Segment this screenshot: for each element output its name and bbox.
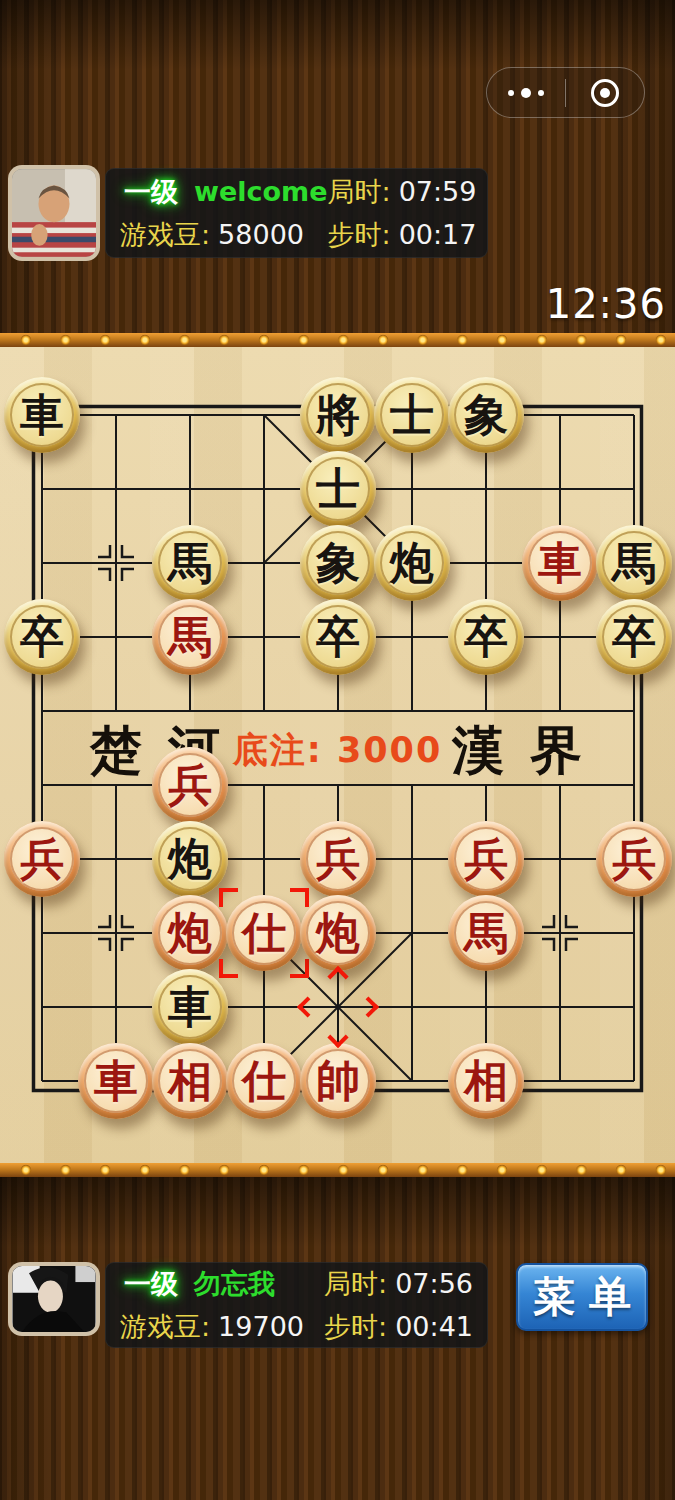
piece-red-general[interactable]: 帥 <box>300 1043 376 1119</box>
piece-character: 馬 <box>464 911 508 955</box>
piece-character: 兵 <box>464 837 508 881</box>
top-player-beans-line: 游戏豆: 58000 <box>120 217 328 253</box>
piece-character: 馬 <box>168 541 212 585</box>
beans-label: 游戏豆: <box>120 217 210 253</box>
piece-red-soldier[interactable]: 兵 <box>152 747 228 823</box>
piece-character: 將 <box>316 393 360 437</box>
top-player-round-time: 07:59 <box>399 176 477 207</box>
bottom-player-avatar[interactable] <box>8 1262 100 1336</box>
piece-black-elephant[interactable]: 象 <box>448 377 524 453</box>
bottom-player-step-time: 00:41 <box>395 1311 473 1342</box>
piece-character: 車 <box>20 393 64 437</box>
piece-red-chariot[interactable]: 車 <box>78 1043 154 1119</box>
piece-black-horse[interactable]: 馬 <box>596 525 672 601</box>
piece-character: 兵 <box>612 837 656 881</box>
piece-character: 仕 <box>242 1059 286 1103</box>
piece-black-horse[interactable]: 馬 <box>152 525 228 601</box>
piece-character: 馬 <box>612 541 656 585</box>
bottom-player-rank-badge: 一级 <box>120 1266 182 1302</box>
piece-character: 相 <box>168 1059 212 1103</box>
menu-button-label: 菜单 <box>533 1269 645 1325</box>
menu-button[interactable]: 菜单 <box>516 1263 648 1331</box>
piece-character: 卒 <box>612 615 656 659</box>
round-time-label: 局时: <box>328 174 391 210</box>
more-dot-icon <box>508 90 514 96</box>
more-dot-icon <box>521 88 531 98</box>
top-player-step-time: 00:17 <box>399 219 477 250</box>
top-player-panel: 一级 welcome 局时: 07:59 游戏豆: 58000 步时: 00:1… <box>105 168 488 258</box>
piece-character: 車 <box>168 985 212 1029</box>
top-player-step-time-line: 步时: 00:17 <box>328 217 477 253</box>
piece-character: 象 <box>316 541 360 585</box>
piece-red-cannon[interactable]: 炮 <box>300 895 376 971</box>
top-player-avatar[interactable] <box>8 165 100 261</box>
piece-black-soldier[interactable]: 卒 <box>596 599 672 675</box>
piece-red-elephant[interactable]: 相 <box>152 1043 228 1119</box>
piece-black-cannon[interactable]: 炮 <box>152 821 228 897</box>
piece-black-soldier[interactable]: 卒 <box>4 599 80 675</box>
bottom-player-name: 勿忘我 <box>194 1266 275 1302</box>
piece-black-soldier[interactable]: 卒 <box>448 599 524 675</box>
piece-character: 士 <box>316 467 360 511</box>
bottom-player-name-line: 一级 勿忘我 <box>120 1266 324 1302</box>
xiangqi-board: 楚河 漢界 底注: 3000 車將士象士馬象炮車馬卒馬卒卒卒兵兵炮兵兵兵炮仕炮馬… <box>0 347 675 1163</box>
top-avatar-image <box>12 169 96 257</box>
more-dot-icon <box>538 90 544 96</box>
piece-character: 炮 <box>390 541 434 585</box>
exit-button[interactable] <box>566 68 644 117</box>
bottom-player-round-time-line: 局时: 07:56 <box>324 1266 473 1302</box>
piece-black-soldier[interactable]: 卒 <box>300 599 376 675</box>
piece-character: 卒 <box>316 615 360 659</box>
piece-black-advisor[interactable]: 士 <box>374 377 450 453</box>
piece-character: 帥 <box>316 1059 360 1103</box>
top-player-name-line: 一级 welcome <box>120 174 328 210</box>
piece-black-cannon[interactable]: 炮 <box>374 525 450 601</box>
piece-character: 士 <box>390 393 434 437</box>
top-stud-band <box>0 333 675 347</box>
piece-red-chariot[interactable]: 車 <box>522 525 598 601</box>
step-time-label: 步时: <box>328 217 391 253</box>
top-player-name: welcome <box>194 176 328 207</box>
piece-black-chariot[interactable]: 車 <box>4 377 80 453</box>
bottom-player-step-time-line: 步时: 00:41 <box>324 1309 473 1345</box>
more-button[interactable] <box>487 68 565 117</box>
piece-red-horse[interactable]: 馬 <box>152 599 228 675</box>
round-time-label: 局时: <box>324 1266 387 1302</box>
bottom-player-round-time: 07:56 <box>395 1268 473 1299</box>
top-player-rank-badge: 一级 <box>120 174 182 210</box>
top-player-round-time-line: 局时: 07:59 <box>328 174 477 210</box>
piece-character: 卒 <box>20 615 64 659</box>
piece-character: 炮 <box>168 911 212 955</box>
piece-character: 馬 <box>168 615 212 659</box>
piece-black-advisor[interactable]: 士 <box>300 451 376 527</box>
piece-red-soldier[interactable]: 兵 <box>596 821 672 897</box>
bottom-player-beans-line: 游戏豆: 19700 <box>120 1309 324 1345</box>
beans-label: 游戏豆: <box>120 1309 210 1345</box>
piece-red-horse[interactable]: 馬 <box>448 895 524 971</box>
bottom-avatar-image <box>12 1266 96 1332</box>
match-clock: 12:36 <box>546 281 666 327</box>
piece-character: 兵 <box>20 837 64 881</box>
piece-character: 車 <box>538 541 582 585</box>
target-icon <box>591 79 619 107</box>
piece-red-soldier[interactable]: 兵 <box>448 821 524 897</box>
piece-black-general[interactable]: 將 <box>300 377 376 453</box>
piece-character: 兵 <box>316 837 360 881</box>
piece-red-advisor[interactable]: 仕 <box>226 895 302 971</box>
piece-red-advisor[interactable]: 仕 <box>226 1043 302 1119</box>
piece-black-chariot[interactable]: 車 <box>152 969 228 1045</box>
stake-label: 底注: 3000 <box>0 727 675 774</box>
bottom-player-panel: 一级 勿忘我 局时: 07:56 游戏豆: 19700 步时: 00:41 <box>105 1262 488 1348</box>
game-screen: 一级 welcome 局时: 07:59 游戏豆: 58000 步时: 00:1… <box>0 0 675 1500</box>
piece-character: 兵 <box>168 763 212 807</box>
piece-red-soldier[interactable]: 兵 <box>300 821 376 897</box>
step-time-label: 步时: <box>324 1309 387 1345</box>
selected-piece-brackets <box>219 888 309 978</box>
piece-character: 車 <box>94 1059 138 1103</box>
piece-character: 卒 <box>464 615 508 659</box>
piece-character: 相 <box>464 1059 508 1103</box>
piece-red-cannon[interactable]: 炮 <box>152 895 228 971</box>
piece-character: 炮 <box>168 837 212 881</box>
piece-character: 象 <box>464 393 508 437</box>
wechat-capsule <box>486 67 645 118</box>
piece-red-soldier[interactable]: 兵 <box>4 821 80 897</box>
bottom-player-beans-value: 19700 <box>218 1311 304 1342</box>
top-player-beans-value: 58000 <box>218 219 304 250</box>
piece-character: 炮 <box>316 911 360 955</box>
piece-red-elephant[interactable]: 相 <box>448 1043 524 1119</box>
bottom-stud-band <box>0 1163 675 1177</box>
piece-black-elephant[interactable]: 象 <box>300 525 376 601</box>
